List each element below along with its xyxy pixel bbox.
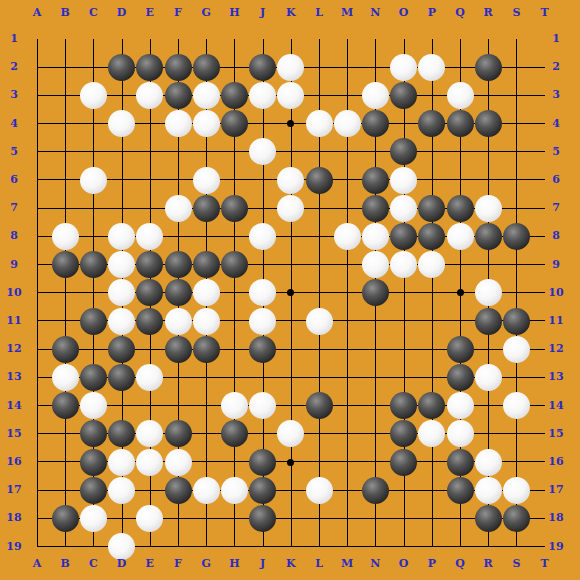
- stone-black: [136, 308, 163, 335]
- stone-white: [136, 364, 163, 391]
- stone-black: [221, 195, 248, 222]
- stone-white: [80, 82, 107, 109]
- stone-white: [390, 54, 417, 81]
- coord-label-bottom: O: [393, 556, 415, 572]
- stone-white: [108, 251, 135, 278]
- coord-label-bottom: Q: [449, 556, 471, 572]
- coord-label-left: 3: [3, 87, 25, 103]
- coord-label-bottom: P: [421, 556, 443, 572]
- stone-black: [362, 279, 389, 306]
- stone-white: [447, 420, 474, 447]
- coord-label-top: A: [26, 5, 48, 21]
- stone-white: [249, 82, 276, 109]
- stone-white: [80, 167, 107, 194]
- stone-black: [52, 336, 79, 363]
- stone-black: [108, 364, 135, 391]
- coord-label-left: 2: [3, 59, 25, 75]
- stone-white: [193, 167, 220, 194]
- stone-white: [277, 420, 304, 447]
- stone-black: [475, 505, 502, 532]
- stone-black: [249, 336, 276, 363]
- stone-black: [165, 420, 192, 447]
- coord-label-top: E: [139, 5, 161, 21]
- stone-white: [277, 195, 304, 222]
- stone-white: [390, 251, 417, 278]
- stone-white: [108, 110, 135, 137]
- stone-white: [108, 449, 135, 476]
- stone-white: [362, 223, 389, 250]
- coord-label-bottom: M: [336, 556, 358, 572]
- coord-label-bottom: A: [26, 556, 48, 572]
- stone-black: [80, 449, 107, 476]
- stone-white: [136, 449, 163, 476]
- board-grid[interactable]: [37, 39, 546, 548]
- star-point: [457, 289, 464, 296]
- stone-black: [108, 54, 135, 81]
- stone-black: [80, 308, 107, 335]
- coord-label-bottom: J: [252, 556, 274, 572]
- star-point: [287, 120, 294, 127]
- stone-black: [108, 420, 135, 447]
- stone-black: [503, 223, 530, 250]
- stone-black: [193, 195, 220, 222]
- stone-black: [249, 505, 276, 532]
- coord-label-top: C: [82, 5, 104, 21]
- coord-label-bottom: B: [54, 556, 76, 572]
- stone-white: [334, 110, 361, 137]
- coord-label-right: 9: [545, 257, 567, 273]
- coord-label-right: 11: [545, 313, 567, 329]
- coord-label-top: D: [111, 5, 133, 21]
- coord-label-top: P: [421, 5, 443, 21]
- stone-white: [193, 279, 220, 306]
- stone-white: [80, 392, 107, 419]
- stone-white: [249, 392, 276, 419]
- stone-white: [447, 223, 474, 250]
- stone-black: [418, 110, 445, 137]
- stone-black: [447, 364, 474, 391]
- stone-white: [136, 505, 163, 532]
- coord-label-left: 14: [3, 398, 25, 414]
- stone-black: [447, 195, 474, 222]
- coord-label-bottom: D: [111, 556, 133, 572]
- stone-white: [136, 223, 163, 250]
- coord-label-left: 13: [3, 369, 25, 385]
- coord-label-right: 5: [545, 144, 567, 160]
- stone-white: [165, 195, 192, 222]
- stone-white: [475, 449, 502, 476]
- coord-label-left: 16: [3, 454, 25, 470]
- coord-label-right: 19: [545, 539, 567, 555]
- stone-white: [80, 505, 107, 532]
- coord-label-top: J: [252, 5, 274, 21]
- stone-white: [418, 54, 445, 81]
- stone-black: [390, 223, 417, 250]
- stone-white: [108, 477, 135, 504]
- stone-white: [193, 110, 220, 137]
- stone-white: [165, 308, 192, 335]
- coord-label-right: 18: [545, 510, 567, 526]
- coord-label-top: L: [308, 5, 330, 21]
- stone-white: [306, 477, 333, 504]
- coord-label-right: 3: [545, 87, 567, 103]
- coord-label-right: 17: [545, 482, 567, 498]
- stone-white: [475, 279, 502, 306]
- stone-black: [221, 420, 248, 447]
- stone-black: [390, 449, 417, 476]
- stone-black: [362, 195, 389, 222]
- stone-white: [418, 251, 445, 278]
- coord-label-bottom: L: [308, 556, 330, 572]
- stone-black: [249, 54, 276, 81]
- stone-black: [390, 82, 417, 109]
- stone-black: [390, 420, 417, 447]
- coord-label-right: 2: [545, 59, 567, 75]
- coord-label-left: 18: [3, 510, 25, 526]
- coord-label-top: H: [223, 5, 245, 21]
- stone-white: [277, 54, 304, 81]
- stone-black: [503, 505, 530, 532]
- coord-label-bottom: H: [223, 556, 245, 572]
- stone-white: [52, 364, 79, 391]
- stone-black: [390, 138, 417, 165]
- coord-label-right: 8: [545, 228, 567, 244]
- stone-black: [475, 54, 502, 81]
- stone-white: [221, 392, 248, 419]
- coord-label-left: 17: [3, 482, 25, 498]
- star-point: [287, 289, 294, 296]
- stone-black: [136, 54, 163, 81]
- coord-label-top: G: [195, 5, 217, 21]
- stone-black: [193, 336, 220, 363]
- stone-black: [362, 167, 389, 194]
- stone-black: [52, 251, 79, 278]
- stone-white: [108, 279, 135, 306]
- coord-label-top: B: [54, 5, 76, 21]
- coord-label-bottom: F: [167, 556, 189, 572]
- stone-white: [277, 82, 304, 109]
- coord-label-top: S: [505, 5, 527, 21]
- coord-label-bottom: R: [477, 556, 499, 572]
- stone-black: [503, 308, 530, 335]
- stone-black: [80, 477, 107, 504]
- stone-white: [503, 477, 530, 504]
- stone-black: [475, 223, 502, 250]
- coord-label-left: 9: [3, 257, 25, 273]
- stone-black: [165, 54, 192, 81]
- coord-label-left: 12: [3, 341, 25, 357]
- coord-label-right: 4: [545, 116, 567, 132]
- coord-label-left: 1: [3, 31, 25, 47]
- stone-white: [193, 308, 220, 335]
- stone-white: [306, 308, 333, 335]
- stone-black: [80, 251, 107, 278]
- stone-white: [447, 392, 474, 419]
- stone-white: [277, 167, 304, 194]
- coord-label-bottom: N: [364, 556, 386, 572]
- stone-white: [475, 364, 502, 391]
- coord-label-left: 10: [3, 285, 25, 301]
- stone-white: [165, 449, 192, 476]
- stone-black: [193, 251, 220, 278]
- coord-label-top: T: [534, 5, 556, 21]
- stone-white: [136, 420, 163, 447]
- stone-white: [475, 477, 502, 504]
- coord-label-right: 14: [545, 398, 567, 414]
- stone-black: [136, 251, 163, 278]
- stone-white: [249, 279, 276, 306]
- stone-black: [108, 336, 135, 363]
- coord-label-left: 6: [3, 172, 25, 188]
- stone-black: [447, 477, 474, 504]
- coord-label-right: 15: [545, 426, 567, 442]
- stone-black: [418, 195, 445, 222]
- coord-label-bottom: S: [505, 556, 527, 572]
- stone-white: [503, 392, 530, 419]
- coord-label-left: 19: [3, 539, 25, 555]
- coord-label-right: 7: [545, 200, 567, 216]
- coord-label-left: 5: [3, 144, 25, 160]
- stone-black: [80, 364, 107, 391]
- coord-label-top: Q: [449, 5, 471, 21]
- coord-label-left: 11: [3, 313, 25, 329]
- stone-black: [80, 420, 107, 447]
- stone-black: [136, 279, 163, 306]
- coord-label-top: K: [280, 5, 302, 21]
- coord-label-left: 4: [3, 116, 25, 132]
- star-point: [287, 459, 294, 466]
- stone-black: [418, 392, 445, 419]
- coord-label-right: 12: [545, 341, 567, 357]
- coord-label-top: O: [393, 5, 415, 21]
- stone-white: [390, 195, 417, 222]
- stone-black: [362, 477, 389, 504]
- stone-white: [249, 308, 276, 335]
- coord-label-bottom: T: [534, 556, 556, 572]
- coord-label-bottom: E: [139, 556, 161, 572]
- coord-label-right: 10: [545, 285, 567, 301]
- stone-black: [249, 477, 276, 504]
- stone-black: [165, 251, 192, 278]
- stone-black: [52, 392, 79, 419]
- go-board: AABBCCDDEEFFGGHHJJKKLLMMNNOOPPQQRRSSTT11…: [0, 0, 580, 580]
- stone-black: [475, 110, 502, 137]
- coord-label-right: 1: [545, 31, 567, 47]
- stone-black: [165, 336, 192, 363]
- stone-white: [306, 110, 333, 137]
- stone-white: [418, 420, 445, 447]
- stone-white: [334, 223, 361, 250]
- stone-white: [475, 195, 502, 222]
- stone-white: [362, 251, 389, 278]
- stone-white: [108, 223, 135, 250]
- stone-black: [165, 82, 192, 109]
- coord-label-bottom: K: [280, 556, 302, 572]
- stone-black: [306, 167, 333, 194]
- stone-black: [165, 279, 192, 306]
- stone-black: [193, 54, 220, 81]
- stone-white: [221, 477, 248, 504]
- coord-label-left: 15: [3, 426, 25, 442]
- stone-black: [362, 110, 389, 137]
- stone-white: [249, 223, 276, 250]
- stone-white: [447, 82, 474, 109]
- stone-white: [362, 82, 389, 109]
- coord-label-right: 6: [545, 172, 567, 188]
- stone-black: [52, 505, 79, 532]
- coord-label-right: 13: [545, 369, 567, 385]
- coord-label-bottom: G: [195, 556, 217, 572]
- stone-white: [390, 167, 417, 194]
- stone-white: [52, 223, 79, 250]
- stone-white: [503, 336, 530, 363]
- coord-label-top: F: [167, 5, 189, 21]
- coord-label-top: R: [477, 5, 499, 21]
- stone-black: [447, 336, 474, 363]
- coord-label-bottom: C: [82, 556, 104, 572]
- stone-black: [221, 110, 248, 137]
- stone-black: [221, 82, 248, 109]
- stone-black: [306, 392, 333, 419]
- coord-label-right: 16: [545, 454, 567, 470]
- stone-black: [390, 392, 417, 419]
- stone-black: [418, 223, 445, 250]
- stone-black: [165, 477, 192, 504]
- coord-label-left: 7: [3, 200, 25, 216]
- stone-black: [249, 449, 276, 476]
- stone-black: [447, 449, 474, 476]
- stone-white: [108, 308, 135, 335]
- coord-label-left: 8: [3, 228, 25, 244]
- stone-white: [165, 110, 192, 137]
- stone-white: [193, 82, 220, 109]
- stone-black: [447, 110, 474, 137]
- coord-label-top: M: [336, 5, 358, 21]
- stone-black: [475, 308, 502, 335]
- stone-white: [136, 82, 163, 109]
- coord-label-top: N: [364, 5, 386, 21]
- stone-white: [193, 477, 220, 504]
- stone-white: [249, 138, 276, 165]
- stone-black: [221, 251, 248, 278]
